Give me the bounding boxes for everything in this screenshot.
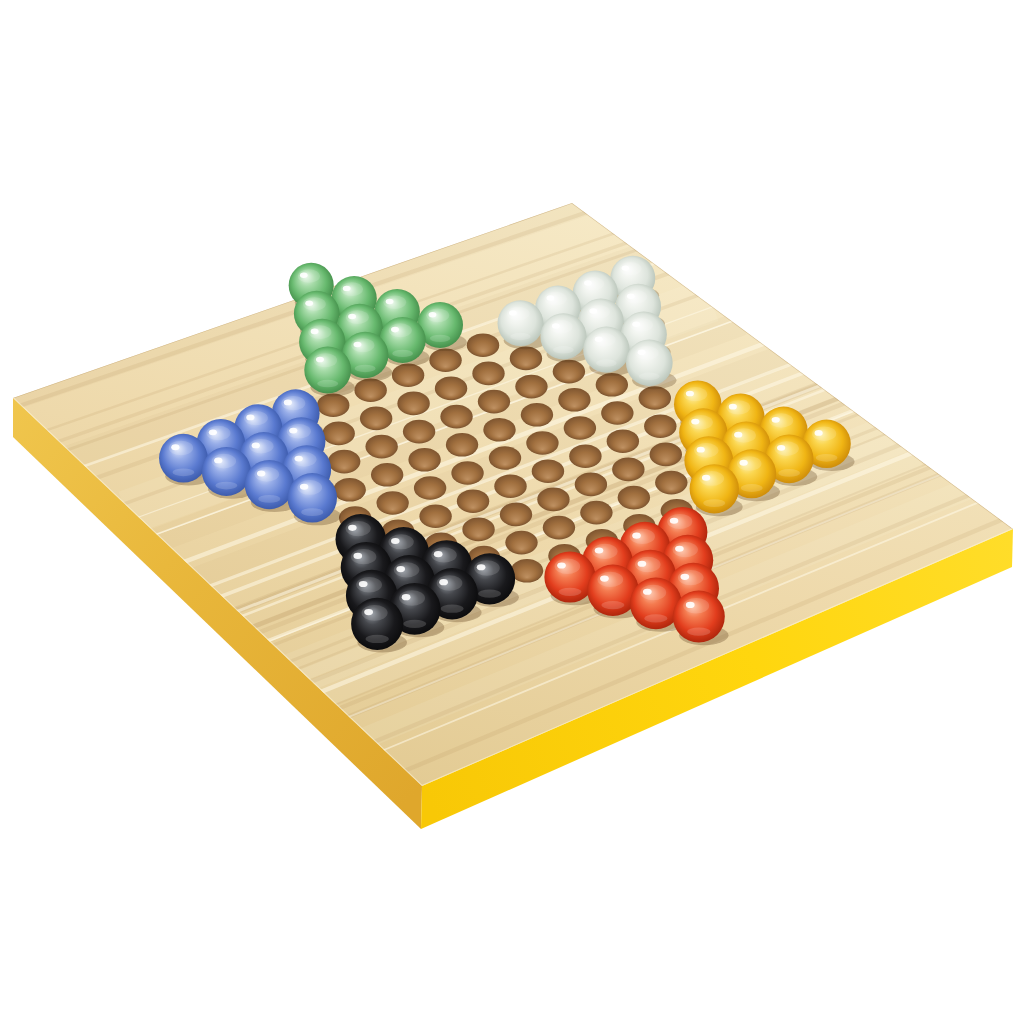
hole-empty[interactable] xyxy=(526,431,558,455)
hole-empty[interactable] xyxy=(494,474,526,498)
product-photo-scene xyxy=(0,0,1024,1024)
hole-empty[interactable] xyxy=(575,473,607,497)
hole-empty[interactable] xyxy=(365,435,397,459)
hole-empty[interactable] xyxy=(435,377,467,401)
hole-empty[interactable] xyxy=(532,459,564,483)
hole-empty[interactable] xyxy=(323,422,355,446)
hole-empty[interactable] xyxy=(457,489,489,513)
hole-empty[interactable] xyxy=(462,518,494,542)
hole-empty[interactable] xyxy=(564,416,596,440)
hole-empty[interactable] xyxy=(500,503,532,527)
hole-empty[interactable] xyxy=(612,458,644,482)
hole-empty[interactable] xyxy=(601,401,633,425)
hole-empty[interactable] xyxy=(354,378,386,402)
hole-empty[interactable] xyxy=(403,420,435,444)
hole-empty[interactable] xyxy=(414,476,446,500)
hole-empty[interactable] xyxy=(644,414,676,438)
chinese-checkers-board xyxy=(0,0,1024,1024)
hole-empty[interactable] xyxy=(537,488,569,512)
hole-empty[interactable] xyxy=(478,390,510,414)
hole-empty[interactable] xyxy=(511,559,543,583)
hole-empty[interactable] xyxy=(446,433,478,457)
hole-empty[interactable] xyxy=(317,393,349,417)
hole-empty[interactable] xyxy=(397,392,429,416)
hole-empty[interactable] xyxy=(392,363,424,387)
hole-empty[interactable] xyxy=(376,491,408,515)
hole-empty[interactable] xyxy=(607,429,639,453)
hole-empty[interactable] xyxy=(467,333,499,357)
hole-empty[interactable] xyxy=(483,418,515,442)
hole-empty[interactable] xyxy=(553,360,585,384)
hole-empty[interactable] xyxy=(543,516,575,540)
hole-empty[interactable] xyxy=(429,348,461,372)
hole-empty[interactable] xyxy=(580,501,612,525)
hole-empty[interactable] xyxy=(618,486,650,510)
hole-empty[interactable] xyxy=(558,388,590,412)
hole-empty[interactable] xyxy=(419,504,451,528)
hole-empty[interactable] xyxy=(472,362,504,386)
hole-empty[interactable] xyxy=(489,446,521,470)
hole-empty[interactable] xyxy=(639,386,671,410)
hole-empty[interactable] xyxy=(328,450,360,474)
hole-empty[interactable] xyxy=(650,443,682,467)
hole-empty[interactable] xyxy=(655,471,687,495)
hole-empty[interactable] xyxy=(451,461,483,485)
hole-empty[interactable] xyxy=(505,531,537,555)
hole-empty[interactable] xyxy=(569,444,601,468)
hole-empty[interactable] xyxy=(515,375,547,399)
hole-empty[interactable] xyxy=(510,347,542,371)
hole-empty[interactable] xyxy=(371,463,403,487)
hole-empty[interactable] xyxy=(596,373,628,397)
hole-empty[interactable] xyxy=(521,403,553,427)
hole-empty[interactable] xyxy=(334,478,366,502)
hole-empty[interactable] xyxy=(440,405,472,429)
hole-empty[interactable] xyxy=(360,407,392,431)
hole-empty[interactable] xyxy=(408,448,440,472)
